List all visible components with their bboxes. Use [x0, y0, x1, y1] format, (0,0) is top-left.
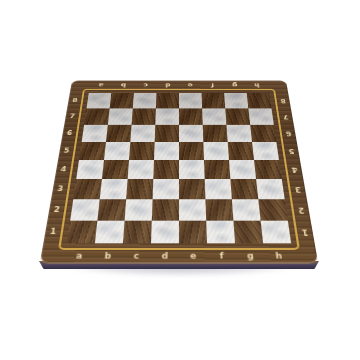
- rank-label-5: 5: [58, 142, 75, 160]
- square-f7: [202, 108, 226, 124]
- rank-label-right-6: 6: [281, 125, 297, 142]
- square-c5: [129, 142, 155, 160]
- square-c6: [130, 125, 155, 142]
- square-c7: [132, 108, 156, 124]
- rank-label-right-5: 5: [283, 142, 300, 160]
- square-b7: [108, 108, 133, 124]
- file-label-top-a: a: [89, 80, 112, 88]
- rank-label-3: 3: [51, 179, 69, 199]
- file-label-top-f: f: [201, 80, 224, 88]
- square-g4: [229, 160, 256, 179]
- rank-label-8: 8: [67, 93, 82, 109]
- square-g2: [232, 199, 261, 220]
- square-d8: [156, 93, 179, 109]
- file-label-a: a: [64, 250, 94, 264]
- square-a1: [67, 221, 98, 244]
- square-b2: [97, 199, 126, 220]
- file-label-e: e: [179, 250, 208, 264]
- square-b4: [102, 160, 129, 179]
- rank-label-right-4: 4: [286, 160, 303, 179]
- file-label-d: d: [150, 250, 179, 264]
- file-label-top-g: g: [223, 80, 246, 88]
- square-a7: [84, 108, 109, 124]
- file-label-top-b: b: [112, 80, 135, 88]
- square-h7: [248, 108, 273, 124]
- board-grid: [67, 93, 291, 243]
- square-g1: [233, 221, 263, 244]
- square-f2: [205, 199, 233, 220]
- square-c3: [126, 179, 153, 199]
- file-label-h: h: [264, 250, 294, 264]
- square-a2: [70, 199, 100, 220]
- square-e7: [179, 108, 203, 124]
- square-h6: [250, 125, 276, 142]
- square-g8: [224, 93, 248, 109]
- square-e1: [179, 221, 207, 244]
- square-g6: [226, 125, 252, 142]
- file-label-top-d: d: [157, 80, 179, 88]
- square-g3: [230, 179, 258, 199]
- file-label-g: g: [236, 250, 266, 264]
- square-d5: [154, 142, 179, 160]
- rank-label-right-7: 7: [278, 108, 294, 124]
- square-d2: [152, 199, 179, 220]
- square-g5: [228, 142, 254, 160]
- rank-label-right-3: 3: [289, 179, 307, 199]
- file-label-f: f: [207, 250, 236, 264]
- square-f1: [206, 221, 235, 244]
- rank-label-right-1: 1: [295, 221, 314, 244]
- square-f8: [202, 93, 226, 109]
- square-b5: [104, 142, 130, 160]
- square-c8: [133, 93, 157, 109]
- square-e5: [179, 142, 204, 160]
- square-d3: [153, 179, 179, 199]
- file-label-top-c: c: [134, 80, 157, 88]
- rank-label-7: 7: [64, 108, 80, 124]
- square-d4: [153, 160, 179, 179]
- square-d6: [155, 125, 179, 142]
- square-e4: [179, 160, 205, 179]
- file-label-top-e: e: [179, 80, 201, 88]
- file-label-b: b: [93, 250, 123, 264]
- square-f5: [203, 142, 229, 160]
- square-h1: [261, 221, 292, 244]
- square-e8: [179, 93, 202, 109]
- file-label-c: c: [121, 250, 150, 264]
- square-d7: [155, 108, 179, 124]
- square-g7: [225, 108, 250, 124]
- file-labels-bottom: abcdefgh: [64, 250, 294, 264]
- square-e2: [179, 199, 206, 220]
- square-a4: [76, 160, 104, 179]
- square-h5: [252, 142, 279, 160]
- chessboard: abcdefgh abcdefgh 87654321 87654321: [40, 80, 318, 263]
- square-b3: [100, 179, 128, 199]
- square-e6: [179, 125, 203, 142]
- square-c2: [125, 199, 153, 220]
- rank-label-right-8: 8: [276, 93, 291, 109]
- product-photo: abcdefgh abcdefgh 87654321 87654321: [0, 0, 360, 360]
- square-f4: [204, 160, 230, 179]
- square-a8: [87, 93, 112, 109]
- rank-label-4: 4: [55, 160, 72, 179]
- square-b6: [106, 125, 132, 142]
- square-a6: [82, 125, 108, 142]
- square-h3: [256, 179, 285, 199]
- square-b1: [95, 221, 125, 244]
- square-h4: [254, 160, 282, 179]
- square-a3: [73, 179, 102, 199]
- square-h2: [258, 199, 288, 220]
- file-label-top-h: h: [245, 80, 268, 88]
- square-e3: [179, 179, 205, 199]
- square-h8: [247, 93, 272, 109]
- square-f3: [205, 179, 232, 199]
- square-c4: [128, 160, 154, 179]
- board-scene: abcdefgh abcdefgh 87654321 87654321: [58, 39, 300, 281]
- square-d1: [151, 221, 179, 244]
- rank-label-6: 6: [61, 125, 77, 142]
- square-f6: [203, 125, 228, 142]
- file-labels-top: abcdefgh: [89, 80, 268, 88]
- rank-label-right-2: 2: [292, 199, 311, 220]
- square-b8: [110, 93, 134, 109]
- square-c1: [123, 221, 152, 244]
- square-a5: [79, 142, 106, 160]
